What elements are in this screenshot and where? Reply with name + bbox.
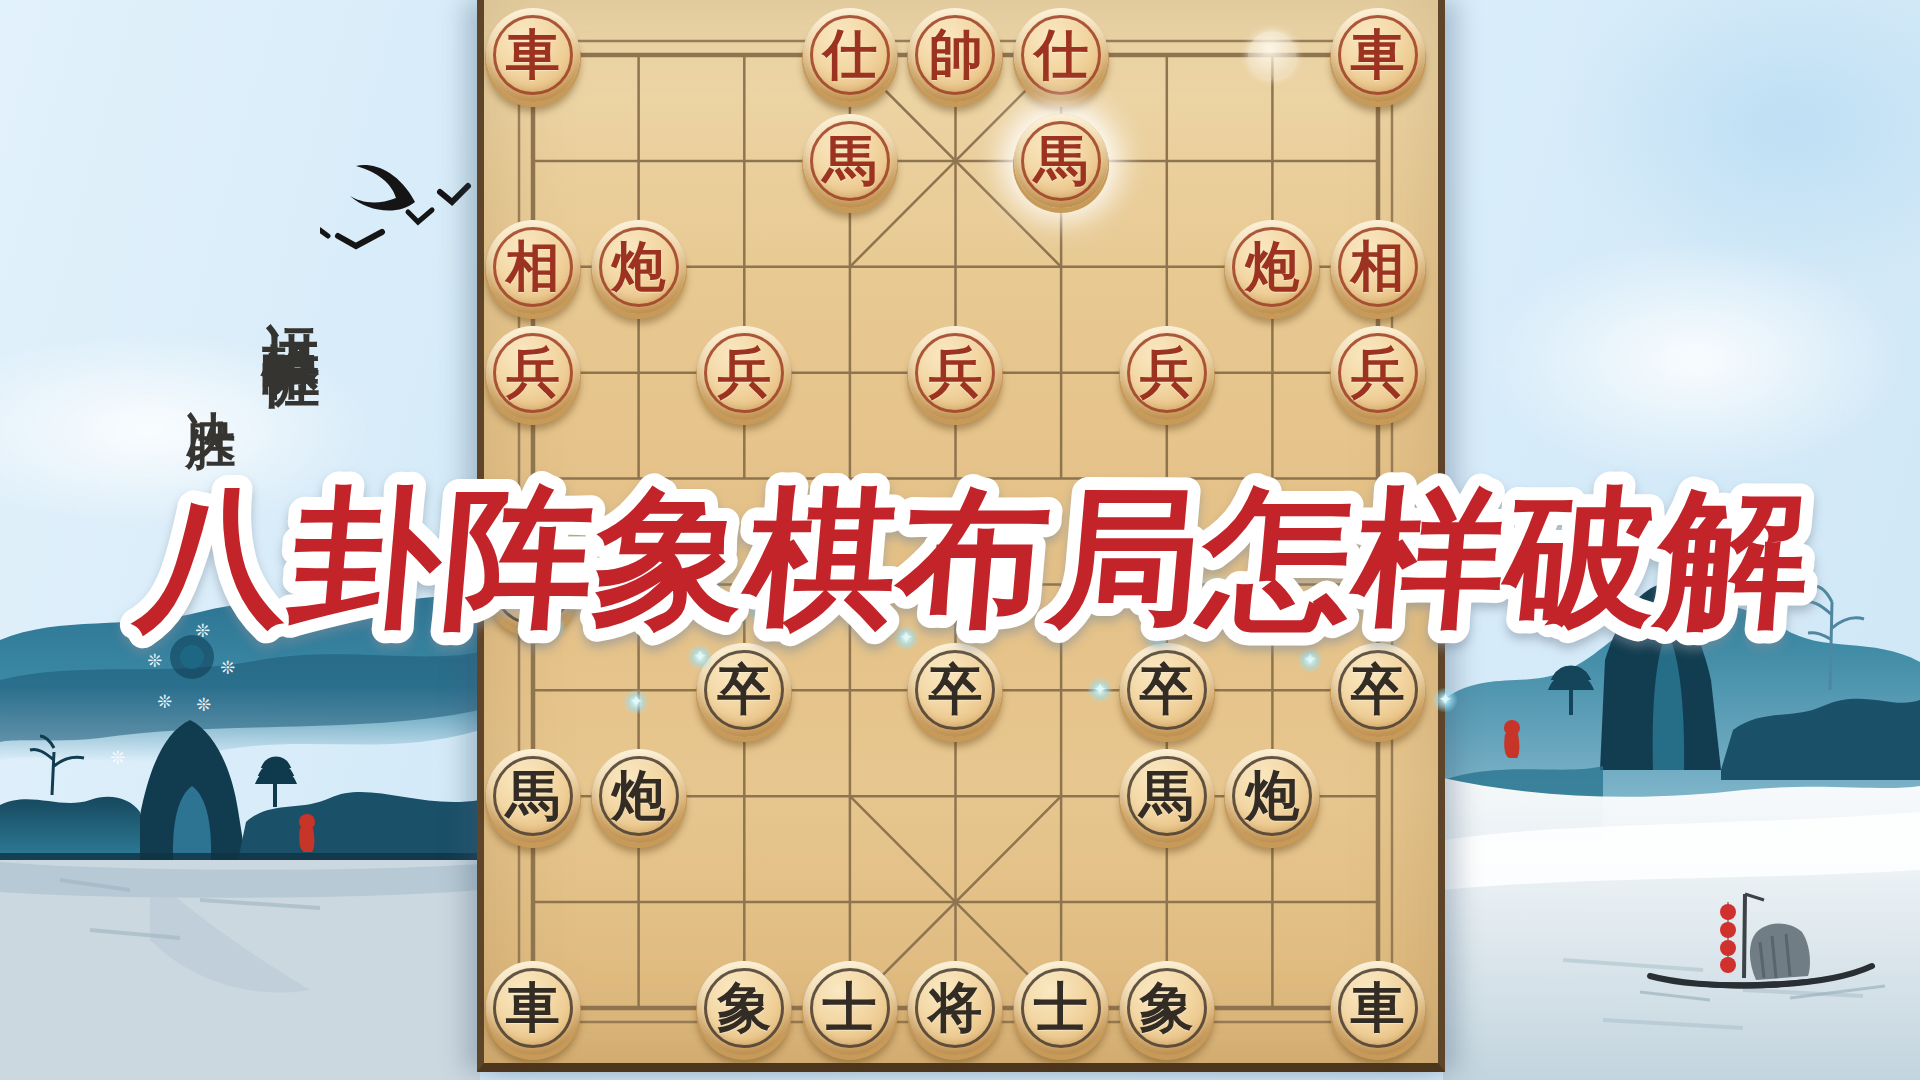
piece-glyph: 仕 xyxy=(823,27,877,81)
piece-glyph: 兵 xyxy=(717,345,771,399)
piece-red-advisor[interactable]: 仕 xyxy=(803,8,897,102)
piece-black-advisor[interactable]: 士 xyxy=(1014,961,1108,1055)
piece-glyph: 相 xyxy=(1351,239,1405,293)
piece-glyph: 炮 xyxy=(1245,768,1299,822)
piece-glyph: 炮 xyxy=(612,768,666,822)
piece-glyph: 仕 xyxy=(1034,27,1088,81)
piece-red-general[interactable]: 帥 xyxy=(908,8,1002,102)
piece-red-horse[interactable]: 馬 xyxy=(803,114,897,208)
piece-glyph: 相 xyxy=(506,239,560,293)
last-move-from-marker xyxy=(1248,31,1296,79)
piece-red-soldier[interactable]: 兵 xyxy=(1120,326,1214,420)
birds-icon xyxy=(320,140,490,260)
piece-red-elephant[interactable]: 相 xyxy=(1331,220,1425,314)
calligraphy-right-column: 运棋帷幄 xyxy=(252,276,330,316)
piece-black-elephant[interactable]: 象 xyxy=(697,961,791,1055)
piece-glyph: 兵 xyxy=(1351,345,1405,399)
piece-glyph: 士 xyxy=(1034,980,1088,1034)
piece-glyph: 馬 xyxy=(506,768,560,822)
piece-red-chariot[interactable]: 車 xyxy=(486,8,580,102)
piece-glyph: 兵 xyxy=(928,345,982,399)
piece-red-soldier[interactable]: 兵 xyxy=(486,326,580,420)
piece-glyph: 車 xyxy=(506,27,560,81)
piece-black-elephant[interactable]: 象 xyxy=(1120,961,1214,1055)
piece-red-advisor[interactable]: 仕 xyxy=(1014,8,1108,102)
video-frame: 运棋帷幄 决胜 車仕帥仕車馬馬相炮炮相兵兵兵兵兵卒卒卒卒卒馬炮馬炮車象士将士象車… xyxy=(0,0,1920,1080)
piece-black-chariot[interactable]: 車 xyxy=(1331,961,1425,1055)
snowflake-icon: ❊ xyxy=(110,747,130,767)
piece-glyph: 車 xyxy=(1351,980,1405,1034)
boat-illustration xyxy=(1640,880,1890,1020)
calligraphy-left-column: 决胜 xyxy=(178,370,245,390)
piece-glyph: 車 xyxy=(1351,27,1405,81)
sparkle-star xyxy=(623,689,649,715)
piece-glyph: 兵 xyxy=(506,345,560,399)
piece-glyph: 将 xyxy=(928,980,982,1034)
piece-glyph: 炮 xyxy=(612,239,666,293)
piece-glyph: 車 xyxy=(506,980,560,1034)
piece-glyph: 象 xyxy=(1140,980,1194,1034)
piece-red-elephant[interactable]: 相 xyxy=(486,220,580,314)
piece-red-soldier[interactable]: 兵 xyxy=(1331,326,1425,420)
piece-red-soldier[interactable]: 兵 xyxy=(697,326,791,420)
piece-black-cannon[interactable]: 炮 xyxy=(1225,749,1319,843)
title-banner-text: 八卦阵象棋布局怎样破解 xyxy=(128,474,1818,642)
piece-glyph: 士 xyxy=(823,980,877,1034)
piece-glyph: 象 xyxy=(717,980,771,1034)
piece-red-soldier[interactable]: 兵 xyxy=(908,326,1002,420)
piece-red-horse[interactable]: 馬 xyxy=(1014,114,1108,208)
piece-glyph: 馬 xyxy=(1034,133,1088,187)
sparkle-star xyxy=(1432,687,1458,713)
piece-red-cannon[interactable]: 炮 xyxy=(1225,220,1319,314)
piece-glyph: 馬 xyxy=(823,133,877,187)
piece-black-cannon[interactable]: 炮 xyxy=(592,749,686,843)
cloud xyxy=(1480,240,1910,480)
piece-red-chariot[interactable]: 車 xyxy=(1331,8,1425,102)
piece-black-general[interactable]: 将 xyxy=(908,961,1002,1055)
piece-black-advisor[interactable]: 士 xyxy=(803,961,897,1055)
snowflake-icon: ❊ xyxy=(196,694,216,714)
piece-red-cannon[interactable]: 炮 xyxy=(592,220,686,314)
piece-black-horse[interactable]: 馬 xyxy=(1120,749,1214,843)
piece-glyph: 馬 xyxy=(1140,768,1194,822)
title-banner: 八卦阵象棋布局怎样破解 xyxy=(0,448,1920,688)
piece-glyph: 帥 xyxy=(928,27,982,81)
piece-glyph: 炮 xyxy=(1245,239,1299,293)
piece-black-horse[interactable]: 馬 xyxy=(486,749,580,843)
piece-black-chariot[interactable]: 車 xyxy=(486,961,580,1055)
piece-glyph: 兵 xyxy=(1140,345,1194,399)
snowflake-icon: ❊ xyxy=(157,691,177,711)
